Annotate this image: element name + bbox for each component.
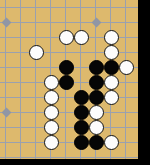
stone-grid bbox=[0, 0, 134, 165]
black-stone bbox=[74, 105, 89, 120]
black-stone bbox=[104, 60, 119, 75]
white-stone bbox=[44, 135, 59, 150]
white-stone bbox=[104, 45, 119, 60]
black-stone bbox=[74, 120, 89, 135]
white-stone bbox=[44, 75, 59, 90]
go-board[interactable] bbox=[0, 0, 138, 159]
white-stone bbox=[44, 120, 59, 135]
white-stone bbox=[104, 135, 119, 150]
white-stone bbox=[59, 30, 74, 45]
white-stone bbox=[44, 105, 59, 120]
white-stone bbox=[89, 120, 104, 135]
background-right bbox=[138, 0, 150, 165]
black-stone bbox=[89, 60, 104, 75]
white-stone bbox=[74, 30, 89, 45]
white-stone bbox=[119, 60, 134, 75]
go-board-viewport bbox=[0, 0, 150, 165]
black-stone bbox=[74, 90, 89, 105]
white-stone bbox=[104, 30, 119, 45]
black-stone bbox=[59, 75, 74, 90]
black-stone bbox=[89, 135, 104, 150]
black-stone bbox=[89, 90, 104, 105]
black-stone bbox=[74, 135, 89, 150]
black-stone bbox=[59, 60, 74, 75]
background-bottom bbox=[0, 159, 150, 165]
black-stone bbox=[89, 75, 104, 90]
white-stone bbox=[104, 90, 119, 105]
white-stone bbox=[44, 90, 59, 105]
white-stone bbox=[29, 45, 44, 60]
white-stone bbox=[89, 105, 104, 120]
white-stone bbox=[104, 75, 119, 90]
